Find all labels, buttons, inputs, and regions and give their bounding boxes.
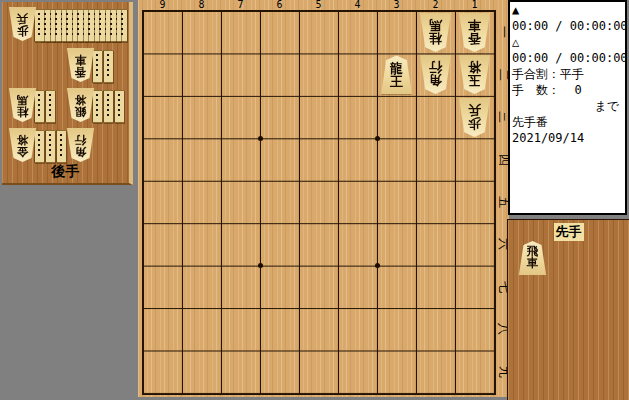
file-label-4: 4 (338, 0, 377, 11)
hand-piece-歩兵[interactable]: 歩 兵 (8, 7, 37, 41)
move-count-text: 手 数： 0 (510, 82, 625, 98)
file-label-9: 9 (143, 0, 182, 11)
shogi-app-window: 歩 兵香 車桂 馬銀 将金 将角 行 後手 987654321 一二三四五六七八… (0, 0, 629, 400)
hand-piece-edge-桂馬[interactable] (34, 90, 44, 123)
hand-piece-edge-銀将[interactable] (114, 90, 124, 123)
board-piece-角行[interactable]: 角 行 (419, 55, 452, 94)
turn-indicator: 先手番 (510, 114, 625, 130)
hand-piece-edge-歩兵[interactable] (34, 9, 44, 42)
hand-piece-edge-金将[interactable] (56, 130, 66, 163)
sente-hand-tray: 先手 飛 車 (507, 219, 629, 400)
star-point (258, 263, 263, 268)
hand-piece-角行[interactable]: 角 行 (66, 128, 95, 162)
file-label-2: 2 (416, 0, 455, 11)
gote-hand-tray: 歩 兵香 車桂 馬銀 将金 将角 行 後手 (2, 2, 133, 185)
hand-piece-edge-香車[interactable] (92, 50, 102, 83)
shogi-board: 987654321 一二三四五六七八九 桂 馬香 車龍 王角 行玉 将歩 兵 (138, 0, 509, 397)
gote-tray-label: 後手 (2, 163, 129, 181)
file-label-8: 8 (182, 0, 221, 11)
board-piece-歩兵[interactable]: 歩 兵 (458, 98, 491, 137)
sente-clock: 00:00 / 00:00:00 (510, 18, 625, 34)
board-piece-桂馬[interactable]: 桂 馬 (419, 13, 452, 52)
made-label: まで (510, 98, 625, 114)
file-label-3: 3 (377, 0, 416, 11)
gote-clock: 00:00 / 00:00:00 (510, 50, 625, 66)
file-label-6: 6 (260, 0, 299, 11)
hand-piece-香車[interactable]: 香 車 (66, 48, 95, 82)
file-label-1: 1 (455, 0, 494, 11)
hand-piece-edge-銀将[interactable] (92, 90, 102, 123)
file-label-7: 7 (221, 0, 260, 11)
hand-piece-金将[interactable]: 金 将 (8, 128, 37, 162)
hand-piece-edge-金将[interactable] (45, 130, 55, 163)
board-piece-龍王[interactable]: 龍 王 (380, 55, 413, 94)
star-point (375, 136, 380, 141)
star-point (258, 136, 263, 141)
star-point (375, 263, 380, 268)
shogi-board-grid[interactable]: 桂 馬香 車龍 王角 行玉 将歩 兵 (143, 11, 495, 394)
hand-piece-edge-香車[interactable] (103, 50, 113, 83)
gote-mark: △ (510, 34, 625, 50)
hand-piece-edge-桂馬[interactable] (45, 90, 55, 123)
game-date: 2021/09/14 (510, 130, 625, 146)
hand-piece-飛車[interactable]: 飛 車 (518, 241, 547, 275)
hand-piece-edge-銀将[interactable] (103, 90, 113, 123)
board-piece-香車[interactable]: 香 車 (458, 13, 491, 52)
hand-piece-銀将[interactable]: 銀 将 (66, 88, 95, 122)
sente-tray-label: 先手 (554, 223, 584, 241)
hand-piece-edge-金将[interactable] (34, 130, 44, 163)
game-info-panel: ▲ 00:00 / 00:00:00 △ 00:00 / 00:00:00 手合… (508, 0, 627, 215)
file-label-5: 5 (299, 0, 338, 11)
sente-mark: ▲ (510, 2, 625, 18)
hand-piece-桂馬[interactable]: 桂 馬 (8, 88, 37, 122)
handicap-text: 手合割：平手 (510, 66, 625, 82)
board-piece-玉将[interactable]: 玉 将 (458, 55, 491, 94)
